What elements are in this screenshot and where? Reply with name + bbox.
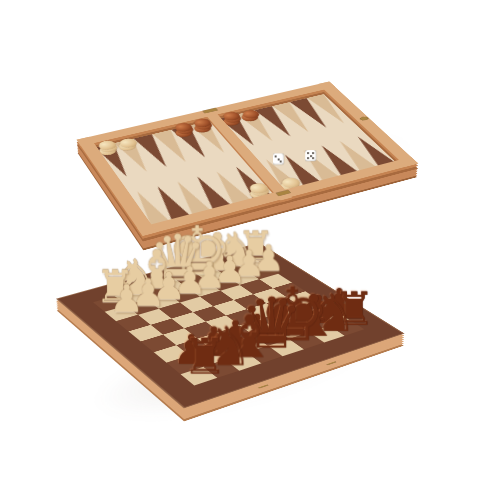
white-pawn[interactable]: ♟ bbox=[88, 280, 165, 318]
product-photo-scene: Wooden folding chess and backgammon comb… bbox=[0, 0, 480, 480]
die-pip bbox=[307, 157, 309, 159]
die-pip bbox=[312, 152, 314, 154]
backgammon-board bbox=[77, 86, 418, 241]
die-pip bbox=[274, 156, 276, 158]
die-1-showing-3[interactable] bbox=[272, 154, 283, 165]
die-pip bbox=[279, 160, 281, 162]
black-rook[interactable]: ♜ bbox=[163, 332, 247, 381]
chess-board: ♜♞♝♛♚♝♞♜♟♟♟♟♟♟♟♟♟♟♟♟♟♟♟♟♜♞♝♛♚♝♞♜ bbox=[56, 243, 405, 409]
die-pip bbox=[307, 152, 309, 154]
die-pip bbox=[277, 158, 279, 160]
die-2-showing-5[interactable] bbox=[305, 150, 316, 161]
die-pip bbox=[309, 155, 311, 157]
die-pip bbox=[312, 157, 314, 159]
